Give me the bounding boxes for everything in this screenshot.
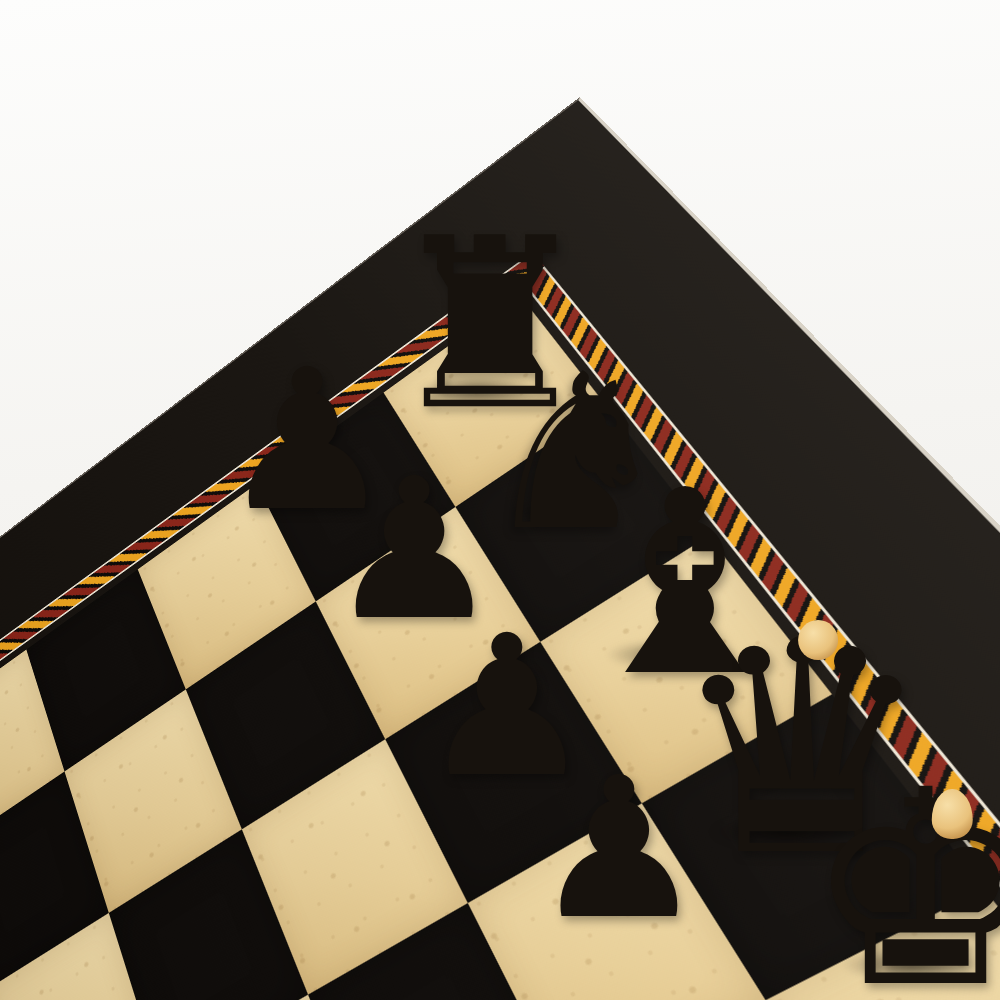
chess-board — [0, 97, 1000, 1000]
photo-scene: ♜♞♝♛♚♟♟♟♟ — [0, 0, 1000, 1000]
